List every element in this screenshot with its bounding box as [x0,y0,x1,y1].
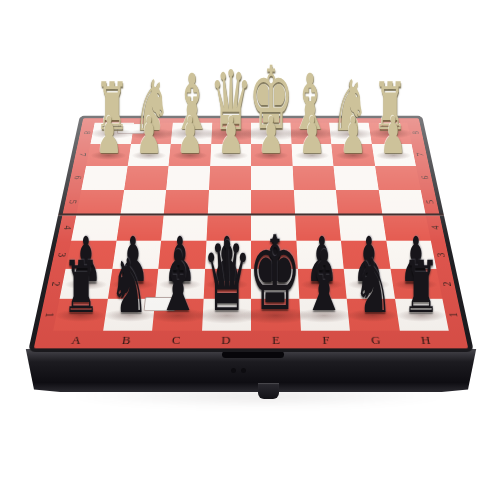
square-c3 [158,241,206,269]
square-e2 [251,269,299,299]
square-b7 [127,144,170,166]
square-e5 [251,190,295,215]
square-g1 [347,299,400,331]
square-h2 [390,269,442,299]
sticker-c1 [144,297,177,311]
square-f1 [299,299,350,331]
square-b5 [120,190,166,215]
square-d5 [207,190,251,215]
file-label-a: A [50,331,103,349]
board-grid [53,123,449,331]
board-frame-side [24,349,478,392]
square-a1 [53,299,107,331]
file-label-b: B [100,331,152,349]
square-h7 [371,144,416,166]
square-a4 [71,215,120,241]
chess-set-product-photo: ABCDEFGH 87654321 87654321 ♜♞♝♛♚♝♞♜♟♟♟♟♟… [0,0,502,502]
chess-board: ABCDEFGH 87654321 87654321 [28,116,474,352]
square-h1 [395,299,449,331]
square-g8 [329,123,371,144]
square-g2 [344,269,395,299]
square-e3 [251,241,297,269]
square-f8 [290,123,331,144]
square-a6 [81,166,127,190]
square-d7 [210,144,251,166]
square-d1 [202,299,251,331]
frame-pin-left [231,368,236,373]
file-label-f: F [300,331,351,349]
file-label-e: E [251,331,301,349]
square-b6 [124,166,169,190]
square-c4 [161,215,207,241]
square-f6 [292,166,336,190]
square-a2 [60,269,112,299]
clasp-latch [258,383,279,399]
square-g7 [331,144,374,166]
square-f7 [291,144,333,166]
square-f2 [297,269,346,299]
square-d2 [203,269,251,299]
frame-pin-right [241,368,246,373]
file-label-c: C [150,331,201,349]
square-a3 [66,241,117,269]
square-b4 [116,215,164,241]
square-g3 [341,241,390,269]
square-c2 [155,269,204,299]
square-g5 [336,190,382,215]
square-f4 [295,215,341,241]
square-e1 [251,299,300,331]
file-label-d: D [201,331,251,349]
file-label-g: G [350,331,402,349]
square-h6 [375,166,421,190]
square-a5 [76,190,123,215]
square-d8 [211,123,251,144]
square-c7 [169,144,211,166]
frame-hinge-notch [222,351,284,358]
square-h5 [378,190,425,215]
square-b3 [112,241,161,269]
square-e6 [251,166,293,190]
square-d4 [206,215,251,241]
square-f5 [293,190,338,215]
square-h8 [368,123,411,144]
board-fold-hinge-line [58,213,444,215]
square-d3 [205,241,251,269]
square-e4 [251,215,296,241]
square-a7 [86,144,131,166]
square-b2 [107,269,158,299]
square-e8 [251,123,291,144]
square-e7 [251,144,292,166]
square-c5 [164,190,209,215]
square-c8 [171,123,212,144]
square-g4 [338,215,386,241]
square-h4 [382,215,431,241]
square-d6 [209,166,251,190]
file-label-h: H [399,331,452,349]
square-c6 [166,166,210,190]
square-g6 [333,166,378,190]
sticker-b8 [117,124,146,134]
file-labels: ABCDEFGH [50,331,453,349]
square-h3 [386,241,437,269]
square-f3 [296,241,344,269]
